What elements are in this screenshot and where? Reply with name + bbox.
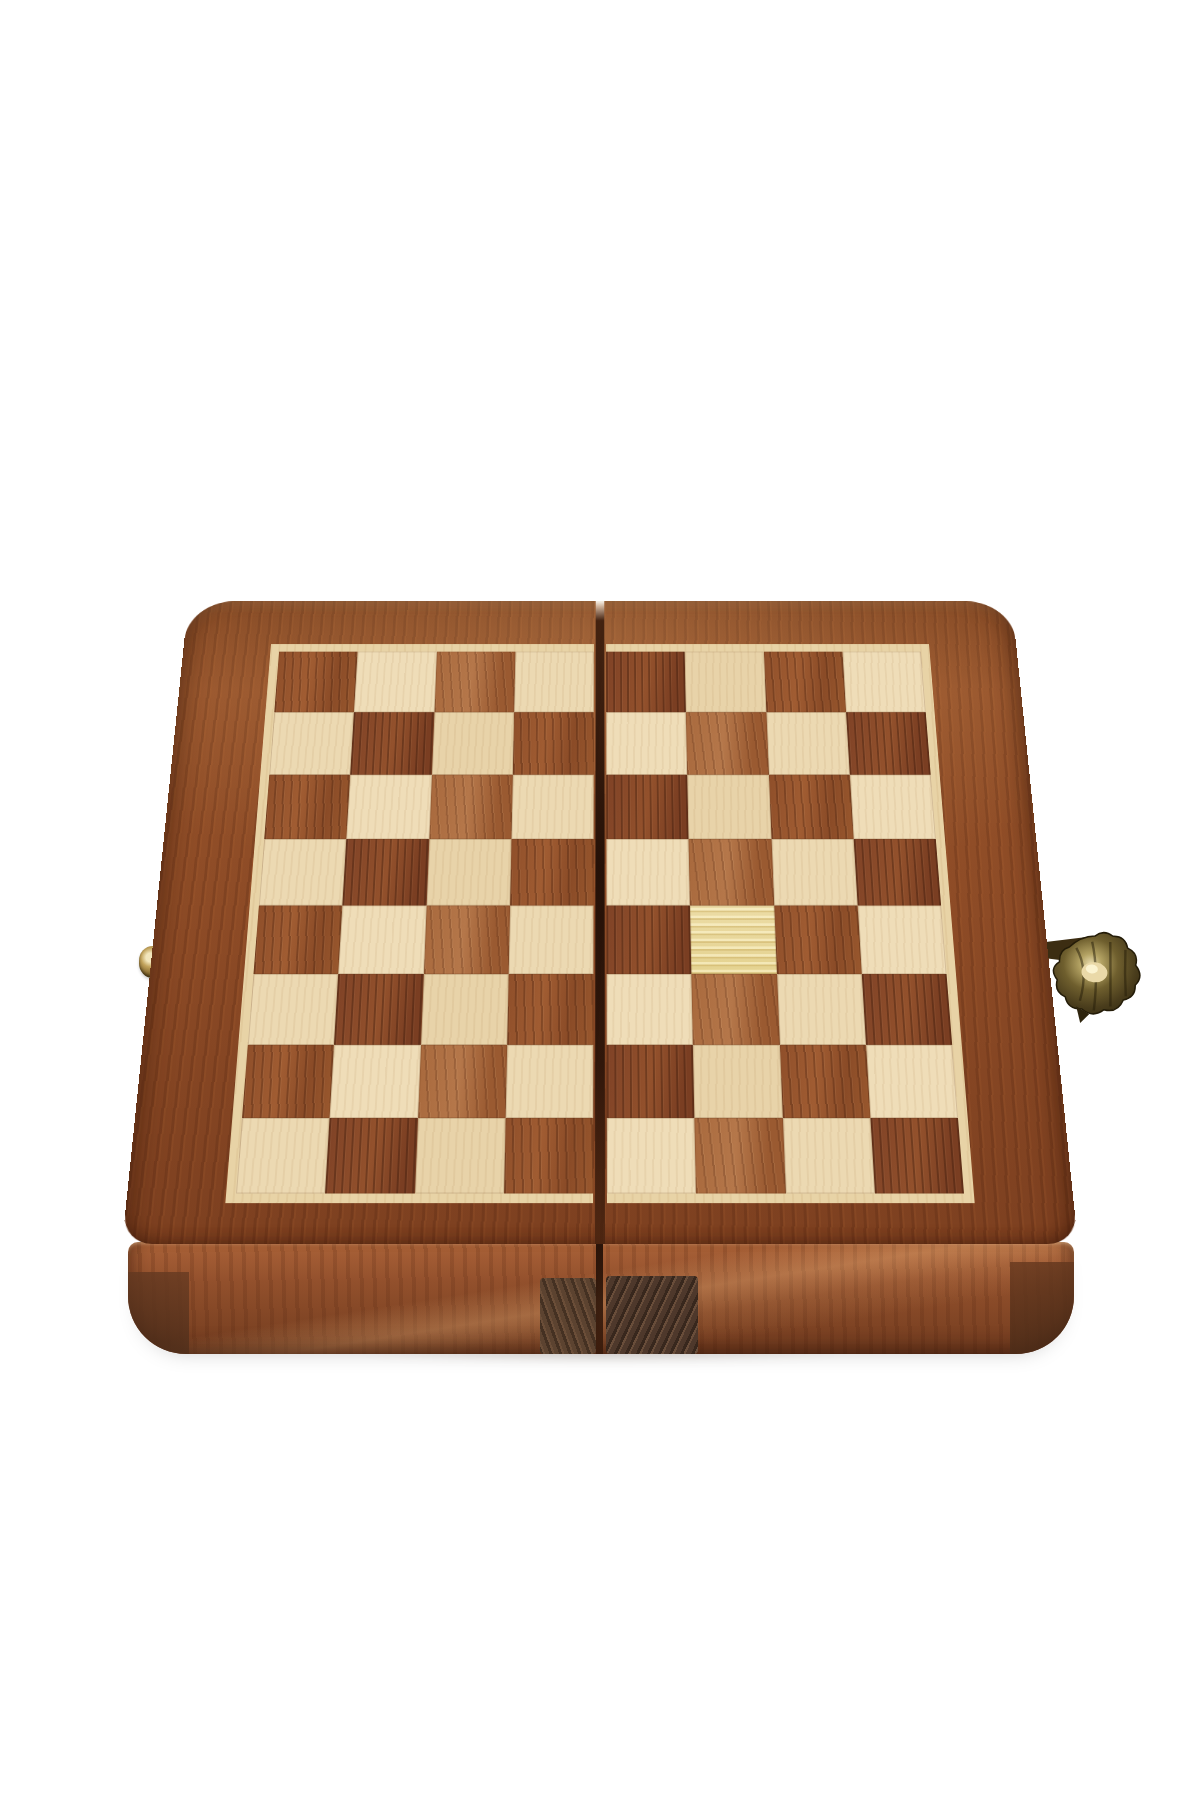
board-square	[693, 1045, 782, 1118]
board-square	[606, 839, 690, 905]
board-square	[426, 839, 511, 905]
board-square	[338, 906, 426, 975]
board-square	[857, 906, 946, 975]
board-square	[774, 906, 862, 975]
board-square	[242, 1045, 334, 1118]
board-square	[607, 1118, 696, 1194]
board-square	[434, 652, 515, 713]
board-square	[259, 839, 347, 905]
board-square	[513, 712, 594, 774]
board-square	[689, 839, 774, 905]
board-square	[514, 652, 594, 713]
corner-joint-right	[1010, 1262, 1074, 1354]
board-square	[418, 1045, 507, 1118]
product-photo	[0, 0, 1200, 1800]
chess-box	[122, 601, 1078, 1244]
checker-grid-right	[606, 652, 964, 1194]
board-left-half	[225, 644, 594, 1203]
board-square	[264, 775, 350, 839]
walnut-inlay-right	[606, 1276, 698, 1354]
board-square	[606, 906, 691, 975]
walnut-inlay-left	[540, 1278, 596, 1354]
board-square	[429, 775, 513, 839]
board-right-half	[606, 644, 975, 1203]
board-square	[687, 775, 771, 839]
board-square	[274, 652, 358, 713]
board-square	[421, 974, 509, 1045]
board-square	[850, 775, 936, 839]
board-square	[607, 974, 693, 1045]
board-square	[692, 974, 780, 1045]
board-square	[685, 652, 766, 713]
board-square	[236, 1118, 330, 1194]
board-square	[695, 1118, 786, 1194]
board-square	[510, 839, 594, 905]
board-square	[862, 974, 953, 1045]
corner-joint-left	[128, 1272, 189, 1354]
board-square	[343, 839, 429, 905]
board-square	[846, 712, 931, 774]
board-square	[253, 906, 342, 975]
board-square	[779, 1045, 870, 1118]
board-square	[347, 775, 432, 839]
board-square	[350, 712, 434, 774]
board-square	[686, 712, 768, 774]
board-square	[511, 775, 593, 839]
board-square	[771, 839, 857, 905]
box-side-face	[128, 1242, 1074, 1354]
board-square	[853, 839, 941, 905]
board-square	[842, 652, 926, 713]
board-square	[782, 1118, 874, 1194]
board-square	[330, 1045, 421, 1118]
board-square	[269, 712, 354, 774]
board-square	[432, 712, 514, 774]
checker-grid-left	[236, 652, 594, 1194]
board-square	[507, 974, 593, 1045]
board-square	[606, 712, 687, 774]
board-square	[325, 1118, 417, 1194]
board-top-face	[122, 601, 1078, 1244]
board-square	[423, 906, 509, 975]
board-square	[766, 712, 850, 774]
board-square	[606, 652, 686, 713]
board-square	[415, 1118, 506, 1194]
board-square	[504, 1118, 593, 1194]
board-square	[354, 652, 436, 713]
board-square	[248, 974, 339, 1045]
board-square	[870, 1118, 964, 1194]
board-square	[607, 1045, 695, 1118]
board-square	[777, 974, 866, 1045]
board-square	[334, 974, 423, 1045]
board-square	[606, 775, 688, 839]
board-square	[508, 906, 593, 975]
board-square	[505, 1045, 593, 1118]
board-square	[764, 652, 846, 713]
fold-seam-lower	[596, 1242, 603, 1354]
board-square	[866, 1045, 958, 1118]
board-square-special	[690, 906, 776, 975]
fold-seam	[595, 601, 605, 1244]
board-square	[768, 775, 853, 839]
